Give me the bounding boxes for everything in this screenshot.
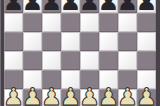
square-h5[interactable] (137, 32, 156, 51)
square-f2[interactable]: ♟ (99, 89, 118, 106)
square-d6[interactable] (61, 13, 80, 32)
square-d4[interactable] (61, 51, 80, 70)
square-h7[interactable]: ♟ (137, 0, 156, 13)
square-b5[interactable] (23, 32, 42, 51)
square-f7[interactable]: ♟ (99, 0, 118, 13)
square-e5[interactable] (80, 32, 99, 51)
square-h6[interactable] (137, 13, 156, 32)
square-h4[interactable] (137, 51, 156, 70)
square-e4[interactable] (80, 51, 99, 70)
square-f5[interactable] (99, 32, 118, 51)
square-a6[interactable] (4, 13, 23, 32)
black-pawn-h7[interactable]: ♟ (136, 0, 158, 12)
square-e6[interactable] (80, 13, 99, 32)
board-frame-edge (0, 0, 1, 106)
square-a4[interactable] (4, 51, 23, 70)
square-c5[interactable] (42, 32, 61, 51)
square-e7[interactable]: ♟ (80, 0, 99, 13)
square-d5[interactable] (61, 32, 80, 51)
white-pawn-h2[interactable]: ♟ (136, 88, 158, 106)
chess-board-viewport: ♟♟♟♟♟♟♟♟♟♟♟♟♟♟♟♟ (0, 0, 160, 106)
square-a5[interactable] (4, 32, 23, 51)
square-d2[interactable]: ♟ (61, 89, 80, 106)
square-d7[interactable]: ♟ (61, 0, 80, 13)
chess-board: ♟♟♟♟♟♟♟♟♟♟♟♟♟♟♟♟ (4, 0, 156, 106)
square-f6[interactable] (99, 13, 118, 32)
square-c7[interactable]: ♟ (42, 0, 61, 13)
square-e2[interactable]: ♟ (80, 89, 99, 106)
square-a7[interactable]: ♟ (4, 0, 23, 13)
square-b7[interactable]: ♟ (23, 0, 42, 13)
square-f4[interactable] (99, 51, 118, 70)
square-b6[interactable] (23, 13, 42, 32)
square-g5[interactable] (118, 32, 137, 51)
square-b2[interactable]: ♟ (23, 89, 42, 106)
square-b4[interactable] (23, 51, 42, 70)
square-g4[interactable] (118, 51, 137, 70)
square-g6[interactable] (118, 13, 137, 32)
square-g7[interactable]: ♟ (118, 0, 137, 13)
square-c6[interactable] (42, 13, 61, 32)
square-a2[interactable]: ♟ (4, 89, 23, 106)
square-g2[interactable]: ♟ (118, 89, 137, 106)
square-h2[interactable]: ♟ (137, 89, 156, 106)
square-c4[interactable] (42, 51, 61, 70)
square-c2[interactable]: ♟ (42, 89, 61, 106)
